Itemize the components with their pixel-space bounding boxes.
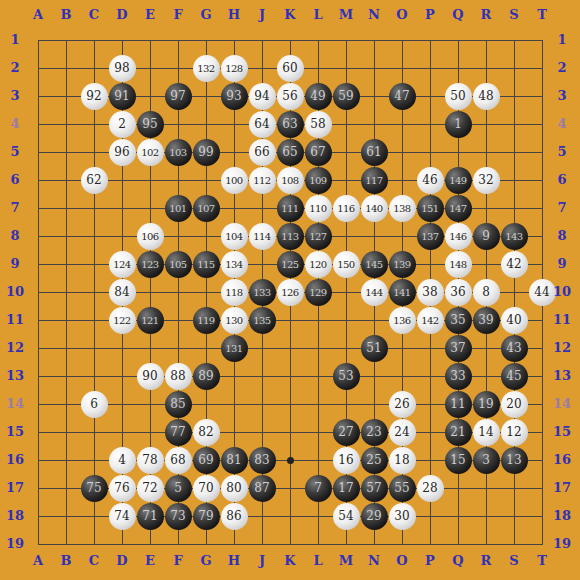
point-Q10[interactable]: 36 bbox=[444, 278, 472, 306]
black-stone-move-111-K7[interactable]: 111 bbox=[277, 195, 304, 222]
white-stone-move-54-M18[interactable]: 54 bbox=[333, 503, 360, 530]
point-M17[interactable]: 17 bbox=[332, 474, 360, 502]
point-Q15[interactable]: 21 bbox=[444, 418, 472, 446]
white-stone-move-70-G17[interactable]: 70 bbox=[193, 475, 220, 502]
point-B13[interactable] bbox=[52, 362, 80, 390]
white-stone-move-40-S11[interactable]: 40 bbox=[501, 307, 528, 334]
white-stone-move-28-P17[interactable]: 28 bbox=[417, 475, 444, 502]
point-C6[interactable]: 62 bbox=[80, 166, 108, 194]
black-stone-move-17-M17[interactable]: 17 bbox=[333, 475, 360, 502]
point-B3[interactable] bbox=[52, 82, 80, 110]
point-N12[interactable]: 51 bbox=[360, 334, 388, 362]
point-Q6[interactable]: 149 bbox=[444, 166, 472, 194]
point-S2[interactable] bbox=[500, 54, 528, 82]
white-stone-move-100-H6[interactable]: 100 bbox=[221, 167, 248, 194]
point-L9[interactable]: 120 bbox=[304, 250, 332, 278]
point-M7[interactable]: 116 bbox=[332, 194, 360, 222]
point-D14[interactable] bbox=[108, 390, 136, 418]
black-stone-move-87-J17[interactable]: 87 bbox=[249, 475, 276, 502]
point-M3[interactable]: 59 bbox=[332, 82, 360, 110]
point-M18[interactable]: 54 bbox=[332, 502, 360, 530]
point-K3[interactable]: 56 bbox=[276, 82, 304, 110]
point-M15[interactable]: 27 bbox=[332, 418, 360, 446]
point-F4[interactable] bbox=[164, 110, 192, 138]
point-E8[interactable]: 106 bbox=[136, 222, 164, 250]
point-E3[interactable] bbox=[136, 82, 164, 110]
point-G8[interactable] bbox=[192, 222, 220, 250]
black-stone-move-101-F7[interactable]: 101 bbox=[165, 195, 192, 222]
point-Q16[interactable]: 15 bbox=[444, 446, 472, 474]
point-J9[interactable] bbox=[248, 250, 276, 278]
point-F17[interactable]: 5 bbox=[164, 474, 192, 502]
point-L12[interactable] bbox=[304, 334, 332, 362]
point-K16[interactable] bbox=[276, 446, 304, 474]
point-D3[interactable]: 91 bbox=[108, 82, 136, 110]
point-A11[interactable] bbox=[24, 306, 52, 334]
point-G3[interactable] bbox=[192, 82, 220, 110]
white-stone-move-80-H17[interactable]: 80 bbox=[221, 475, 248, 502]
stones-layer[interactable]: 9813212860929197939456495947504829564635… bbox=[24, 26, 556, 558]
black-stone-move-121-E11[interactable]: 121 bbox=[137, 307, 164, 334]
point-G15[interactable]: 82 bbox=[192, 418, 220, 446]
point-N15[interactable]: 23 bbox=[360, 418, 388, 446]
point-O12[interactable] bbox=[388, 334, 416, 362]
point-N16[interactable]: 25 bbox=[360, 446, 388, 474]
point-H18[interactable]: 86 bbox=[220, 502, 248, 530]
point-K7[interactable]: 111 bbox=[276, 194, 304, 222]
point-C2[interactable] bbox=[80, 54, 108, 82]
point-S8[interactable]: 143 bbox=[500, 222, 528, 250]
point-C10[interactable] bbox=[80, 278, 108, 306]
point-P2[interactable] bbox=[416, 54, 444, 82]
black-stone-move-59-M3[interactable]: 59 bbox=[333, 83, 360, 110]
black-stone-move-7-L17[interactable]: 7 bbox=[305, 475, 332, 502]
point-R18[interactable] bbox=[472, 502, 500, 530]
black-stone-move-119-G11[interactable]: 119 bbox=[193, 307, 220, 334]
point-O2[interactable] bbox=[388, 54, 416, 82]
point-B10[interactable] bbox=[52, 278, 80, 306]
point-B4[interactable] bbox=[52, 110, 80, 138]
white-stone-move-72-E17[interactable]: 72 bbox=[137, 475, 164, 502]
black-stone-move-125-K9[interactable]: 125 bbox=[277, 251, 304, 278]
point-C8[interactable] bbox=[80, 222, 108, 250]
white-stone-move-106-E8[interactable]: 106 bbox=[137, 223, 164, 250]
point-K14[interactable] bbox=[276, 390, 304, 418]
black-stone-move-71-E18[interactable]: 71 bbox=[137, 503, 164, 530]
point-O11[interactable]: 136 bbox=[388, 306, 416, 334]
white-stone-move-30-O18[interactable]: 30 bbox=[389, 503, 416, 530]
point-H12[interactable]: 131 bbox=[220, 334, 248, 362]
point-O4[interactable] bbox=[388, 110, 416, 138]
point-D1[interactable] bbox=[108, 26, 136, 54]
point-A18[interactable] bbox=[24, 502, 52, 530]
point-H7[interactable] bbox=[220, 194, 248, 222]
point-J14[interactable] bbox=[248, 390, 276, 418]
point-E6[interactable] bbox=[136, 166, 164, 194]
point-N6[interactable]: 117 bbox=[360, 166, 388, 194]
point-O5[interactable] bbox=[388, 138, 416, 166]
point-A1[interactable] bbox=[24, 26, 52, 54]
point-P4[interactable] bbox=[416, 110, 444, 138]
point-P9[interactable] bbox=[416, 250, 444, 278]
white-stone-move-134-H9[interactable]: 134 bbox=[221, 251, 248, 278]
point-K10[interactable]: 126 bbox=[276, 278, 304, 306]
white-stone-move-136-O11[interactable]: 136 bbox=[389, 307, 416, 334]
point-O18[interactable]: 30 bbox=[388, 502, 416, 530]
black-stone-move-27-M15[interactable]: 27 bbox=[333, 419, 360, 446]
white-stone-move-82-G15[interactable]: 82 bbox=[193, 419, 220, 446]
point-F13[interactable]: 88 bbox=[164, 362, 192, 390]
black-stone-move-49-L3[interactable]: 49 bbox=[305, 83, 332, 110]
point-R5[interactable] bbox=[472, 138, 500, 166]
white-stone-move-12-S15[interactable]: 12 bbox=[501, 419, 528, 446]
point-F9[interactable]: 105 bbox=[164, 250, 192, 278]
point-K2[interactable]: 60 bbox=[276, 54, 304, 82]
point-N14[interactable] bbox=[360, 390, 388, 418]
point-K1[interactable] bbox=[276, 26, 304, 54]
point-A10[interactable] bbox=[24, 278, 52, 306]
point-H10[interactable]: 118 bbox=[220, 278, 248, 306]
point-M2[interactable] bbox=[332, 54, 360, 82]
point-A13[interactable] bbox=[24, 362, 52, 390]
point-G5[interactable]: 99 bbox=[192, 138, 220, 166]
point-M11[interactable] bbox=[332, 306, 360, 334]
point-P7[interactable]: 151 bbox=[416, 194, 444, 222]
point-D15[interactable] bbox=[108, 418, 136, 446]
point-J10[interactable]: 133 bbox=[248, 278, 276, 306]
point-E17[interactable]: 72 bbox=[136, 474, 164, 502]
black-stone-move-79-G18[interactable]: 79 bbox=[193, 503, 220, 530]
point-A5[interactable] bbox=[24, 138, 52, 166]
point-J12[interactable] bbox=[248, 334, 276, 362]
point-F12[interactable] bbox=[164, 334, 192, 362]
point-R11[interactable]: 39 bbox=[472, 306, 500, 334]
point-R1[interactable] bbox=[472, 26, 500, 54]
white-stone-move-108-K6[interactable]: 108 bbox=[277, 167, 304, 194]
point-A9[interactable] bbox=[24, 250, 52, 278]
black-stone-move-83-J16[interactable]: 83 bbox=[249, 447, 276, 474]
white-stone-move-50-Q3[interactable]: 50 bbox=[445, 83, 472, 110]
point-C15[interactable] bbox=[80, 418, 108, 446]
white-stone-move-118-H10[interactable]: 118 bbox=[221, 279, 248, 306]
white-stone-move-78-E16[interactable]: 78 bbox=[137, 447, 164, 474]
black-stone-move-29-N18[interactable]: 29 bbox=[361, 503, 388, 530]
point-S3[interactable] bbox=[500, 82, 528, 110]
black-stone-move-45-S13[interactable]: 45 bbox=[501, 363, 528, 390]
point-H16[interactable]: 81 bbox=[220, 446, 248, 474]
black-stone-move-135-J11[interactable]: 135 bbox=[249, 307, 276, 334]
white-stone-move-88-F13[interactable]: 88 bbox=[165, 363, 192, 390]
point-R6[interactable]: 32 bbox=[472, 166, 500, 194]
point-S10[interactable] bbox=[500, 278, 528, 306]
point-H9[interactable]: 134 bbox=[220, 250, 248, 278]
white-stone-move-98-D2[interactable]: 98 bbox=[109, 55, 136, 82]
point-L1[interactable] bbox=[304, 26, 332, 54]
point-G1[interactable] bbox=[192, 26, 220, 54]
white-stone-move-14-R15[interactable]: 14 bbox=[473, 419, 500, 446]
white-stone-move-94-J3[interactable]: 94 bbox=[249, 83, 276, 110]
point-J17[interactable]: 87 bbox=[248, 474, 276, 502]
point-O17[interactable]: 55 bbox=[388, 474, 416, 502]
white-stone-move-138-O7[interactable]: 138 bbox=[389, 195, 416, 222]
point-D12[interactable] bbox=[108, 334, 136, 362]
point-S11[interactable]: 40 bbox=[500, 306, 528, 334]
point-M6[interactable] bbox=[332, 166, 360, 194]
black-stone-move-85-F14[interactable]: 85 bbox=[165, 391, 192, 418]
point-O16[interactable]: 18 bbox=[388, 446, 416, 474]
point-F7[interactable]: 101 bbox=[164, 194, 192, 222]
white-stone-move-24-O15[interactable]: 24 bbox=[389, 419, 416, 446]
point-S1[interactable] bbox=[500, 26, 528, 54]
point-P18[interactable] bbox=[416, 502, 444, 530]
point-M12[interactable] bbox=[332, 334, 360, 362]
point-C14[interactable]: 6 bbox=[80, 390, 108, 418]
point-F3[interactable]: 97 bbox=[164, 82, 192, 110]
black-stone-move-133-J10[interactable]: 133 bbox=[249, 279, 276, 306]
point-B9[interactable] bbox=[52, 250, 80, 278]
point-G12[interactable] bbox=[192, 334, 220, 362]
white-stone-move-144-N10[interactable]: 144 bbox=[361, 279, 388, 306]
point-A6[interactable] bbox=[24, 166, 52, 194]
point-H11[interactable]: 130 bbox=[220, 306, 248, 334]
point-C9[interactable] bbox=[80, 250, 108, 278]
white-stone-move-60-K2[interactable]: 60 bbox=[277, 55, 304, 82]
black-stone-move-57-N17[interactable]: 57 bbox=[361, 475, 388, 502]
point-O15[interactable]: 24 bbox=[388, 418, 416, 446]
white-stone-move-114-J8[interactable]: 114 bbox=[249, 223, 276, 250]
point-D2[interactable]: 98 bbox=[108, 54, 136, 82]
point-Q5[interactable] bbox=[444, 138, 472, 166]
point-H2[interactable]: 128 bbox=[220, 54, 248, 82]
black-stone-move-75-C17[interactable]: 75 bbox=[81, 475, 108, 502]
point-J15[interactable] bbox=[248, 418, 276, 446]
white-stone-move-110-L7[interactable]: 110 bbox=[305, 195, 332, 222]
point-Q7[interactable]: 147 bbox=[444, 194, 472, 222]
black-stone-move-95-E4[interactable]: 95 bbox=[137, 111, 164, 138]
black-stone-move-1-Q4[interactable]: 1 bbox=[445, 111, 472, 138]
point-K13[interactable] bbox=[276, 362, 304, 390]
point-A8[interactable] bbox=[24, 222, 52, 250]
point-R3[interactable]: 48 bbox=[472, 82, 500, 110]
black-stone-move-13-S16[interactable]: 13 bbox=[501, 447, 528, 474]
point-G13[interactable]: 89 bbox=[192, 362, 220, 390]
point-H13[interactable] bbox=[220, 362, 248, 390]
point-B16[interactable] bbox=[52, 446, 80, 474]
point-R9[interactable] bbox=[472, 250, 500, 278]
white-stone-move-58-L4[interactable]: 58 bbox=[305, 111, 332, 138]
point-F16[interactable]: 68 bbox=[164, 446, 192, 474]
black-stone-move-21-Q15[interactable]: 21 bbox=[445, 419, 472, 446]
point-S7[interactable] bbox=[500, 194, 528, 222]
point-E1[interactable] bbox=[136, 26, 164, 54]
point-K9[interactable]: 125 bbox=[276, 250, 304, 278]
point-S14[interactable]: 20 bbox=[500, 390, 528, 418]
point-C17[interactable]: 75 bbox=[80, 474, 108, 502]
black-stone-move-147-Q7[interactable]: 147 bbox=[445, 195, 472, 222]
point-G14[interactable] bbox=[192, 390, 220, 418]
point-M4[interactable] bbox=[332, 110, 360, 138]
point-B8[interactable] bbox=[52, 222, 80, 250]
point-L4[interactable]: 58 bbox=[304, 110, 332, 138]
white-stone-move-38-P10[interactable]: 38 bbox=[417, 279, 444, 306]
point-G16[interactable]: 69 bbox=[192, 446, 220, 474]
point-R13[interactable] bbox=[472, 362, 500, 390]
point-L14[interactable] bbox=[304, 390, 332, 418]
point-N17[interactable]: 57 bbox=[360, 474, 388, 502]
point-C3[interactable]: 92 bbox=[80, 82, 108, 110]
point-P11[interactable]: 142 bbox=[416, 306, 444, 334]
point-C12[interactable] bbox=[80, 334, 108, 362]
point-J13[interactable] bbox=[248, 362, 276, 390]
point-P5[interactable] bbox=[416, 138, 444, 166]
point-S16[interactable]: 13 bbox=[500, 446, 528, 474]
point-G17[interactable]: 70 bbox=[192, 474, 220, 502]
white-stone-move-66-J5[interactable]: 66 bbox=[249, 139, 276, 166]
point-K5[interactable]: 65 bbox=[276, 138, 304, 166]
point-F2[interactable] bbox=[164, 54, 192, 82]
white-stone-move-90-E13[interactable]: 90 bbox=[137, 363, 164, 390]
white-stone-move-102-E5[interactable]: 102 bbox=[137, 139, 164, 166]
black-stone-move-33-Q13[interactable]: 33 bbox=[445, 363, 472, 390]
point-K4[interactable]: 63 bbox=[276, 110, 304, 138]
point-L11[interactable] bbox=[304, 306, 332, 334]
white-stone-move-74-D18[interactable]: 74 bbox=[109, 503, 136, 530]
point-Q2[interactable] bbox=[444, 54, 472, 82]
point-A16[interactable] bbox=[24, 446, 52, 474]
point-M9[interactable]: 150 bbox=[332, 250, 360, 278]
black-stone-move-73-F18[interactable]: 73 bbox=[165, 503, 192, 530]
point-B14[interactable] bbox=[52, 390, 80, 418]
white-stone-move-84-D10[interactable]: 84 bbox=[109, 279, 136, 306]
point-S12[interactable]: 43 bbox=[500, 334, 528, 362]
point-E4[interactable]: 95 bbox=[136, 110, 164, 138]
point-D9[interactable]: 124 bbox=[108, 250, 136, 278]
point-G6[interactable] bbox=[192, 166, 220, 194]
point-D13[interactable] bbox=[108, 362, 136, 390]
black-stone-move-115-G9[interactable]: 115 bbox=[193, 251, 220, 278]
point-J6[interactable]: 112 bbox=[248, 166, 276, 194]
point-O1[interactable] bbox=[388, 26, 416, 54]
point-S13[interactable]: 45 bbox=[500, 362, 528, 390]
black-stone-move-19-R14[interactable]: 19 bbox=[473, 391, 500, 418]
point-L6[interactable]: 109 bbox=[304, 166, 332, 194]
point-P1[interactable] bbox=[416, 26, 444, 54]
white-stone-move-140-N7[interactable]: 140 bbox=[361, 195, 388, 222]
black-stone-move-47-O3[interactable]: 47 bbox=[389, 83, 416, 110]
point-Q8[interactable]: 146 bbox=[444, 222, 472, 250]
point-M5[interactable] bbox=[332, 138, 360, 166]
black-stone-move-127-L8[interactable]: 127 bbox=[305, 223, 332, 250]
point-N4[interactable] bbox=[360, 110, 388, 138]
point-Q17[interactable] bbox=[444, 474, 472, 502]
point-A2[interactable] bbox=[24, 54, 52, 82]
point-H1[interactable] bbox=[220, 26, 248, 54]
black-stone-move-55-O17[interactable]: 55 bbox=[389, 475, 416, 502]
point-D17[interactable]: 76 bbox=[108, 474, 136, 502]
point-C18[interactable] bbox=[80, 502, 108, 530]
point-C5[interactable] bbox=[80, 138, 108, 166]
point-P14[interactable] bbox=[416, 390, 444, 418]
point-N7[interactable]: 140 bbox=[360, 194, 388, 222]
point-N9[interactable]: 145 bbox=[360, 250, 388, 278]
point-F5[interactable]: 103 bbox=[164, 138, 192, 166]
point-J1[interactable] bbox=[248, 26, 276, 54]
black-stone-move-67-L5[interactable]: 67 bbox=[305, 139, 332, 166]
point-N11[interactable] bbox=[360, 306, 388, 334]
point-K11[interactable] bbox=[276, 306, 304, 334]
point-J7[interactable] bbox=[248, 194, 276, 222]
point-A12[interactable] bbox=[24, 334, 52, 362]
point-A4[interactable] bbox=[24, 110, 52, 138]
point-B17[interactable] bbox=[52, 474, 80, 502]
point-M16[interactable]: 16 bbox=[332, 446, 360, 474]
black-stone-move-89-G13[interactable]: 89 bbox=[193, 363, 220, 390]
point-A7[interactable] bbox=[24, 194, 52, 222]
black-stone-move-113-K8[interactable]: 113 bbox=[277, 223, 304, 250]
point-E15[interactable] bbox=[136, 418, 164, 446]
point-O3[interactable]: 47 bbox=[388, 82, 416, 110]
point-R2[interactable] bbox=[472, 54, 500, 82]
black-stone-move-151-P7[interactable]: 151 bbox=[417, 195, 444, 222]
black-stone-move-37-Q12[interactable]: 37 bbox=[445, 335, 472, 362]
point-D4[interactable]: 2 bbox=[108, 110, 136, 138]
point-P10[interactable]: 38 bbox=[416, 278, 444, 306]
white-stone-move-86-H18[interactable]: 86 bbox=[221, 503, 248, 530]
white-stone-move-104-H8[interactable]: 104 bbox=[221, 223, 248, 250]
point-Q13[interactable]: 33 bbox=[444, 362, 472, 390]
point-A3[interactable] bbox=[24, 82, 52, 110]
white-stone-move-20-S14[interactable]: 20 bbox=[501, 391, 528, 418]
point-L2[interactable] bbox=[304, 54, 332, 82]
white-stone-move-132-G2[interactable]: 132 bbox=[193, 55, 220, 82]
black-stone-move-107-G7[interactable]: 107 bbox=[193, 195, 220, 222]
black-stone-move-105-F9[interactable]: 105 bbox=[165, 251, 192, 278]
point-G10[interactable] bbox=[192, 278, 220, 306]
point-A17[interactable] bbox=[24, 474, 52, 502]
point-N10[interactable]: 144 bbox=[360, 278, 388, 306]
white-stone-move-8-R10[interactable]: 8 bbox=[473, 279, 500, 306]
point-S5[interactable] bbox=[500, 138, 528, 166]
black-stone-move-123-E9[interactable]: 123 bbox=[137, 251, 164, 278]
white-stone-move-62-C6[interactable]: 62 bbox=[81, 167, 108, 194]
point-A14[interactable] bbox=[24, 390, 52, 418]
point-G9[interactable]: 115 bbox=[192, 250, 220, 278]
black-stone-move-65-K5[interactable]: 65 bbox=[277, 139, 304, 166]
point-B6[interactable] bbox=[52, 166, 80, 194]
point-L8[interactable]: 127 bbox=[304, 222, 332, 250]
point-K6[interactable]: 108 bbox=[276, 166, 304, 194]
point-P15[interactable] bbox=[416, 418, 444, 446]
point-S15[interactable]: 12 bbox=[500, 418, 528, 446]
black-stone-move-103-F5[interactable]: 103 bbox=[165, 139, 192, 166]
point-D6[interactable] bbox=[108, 166, 136, 194]
point-N3[interactable] bbox=[360, 82, 388, 110]
point-C7[interactable] bbox=[80, 194, 108, 222]
black-stone-move-137-P8[interactable]: 137 bbox=[417, 223, 444, 250]
point-K8[interactable]: 113 bbox=[276, 222, 304, 250]
white-stone-move-2-D4[interactable]: 2 bbox=[109, 111, 136, 138]
point-L17[interactable]: 7 bbox=[304, 474, 332, 502]
point-C16[interactable] bbox=[80, 446, 108, 474]
point-P3[interactable] bbox=[416, 82, 444, 110]
point-R14[interactable]: 19 bbox=[472, 390, 500, 418]
point-O7[interactable]: 138 bbox=[388, 194, 416, 222]
point-F6[interactable] bbox=[164, 166, 192, 194]
point-Q1[interactable] bbox=[444, 26, 472, 54]
point-P16[interactable] bbox=[416, 446, 444, 474]
point-B12[interactable] bbox=[52, 334, 80, 362]
point-O6[interactable] bbox=[388, 166, 416, 194]
